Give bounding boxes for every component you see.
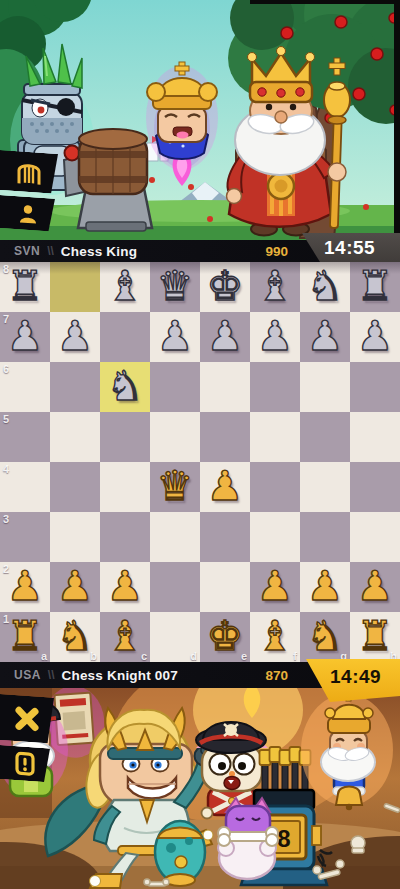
square-c1[interactable]: ♝c — [100, 612, 150, 662]
rank-label-4: 4 — [3, 463, 9, 475]
white-rook-a1[interactable]: ♜ — [0, 612, 50, 662]
square-c5[interactable] — [100, 412, 150, 462]
player-scene: 8 — [0, 688, 400, 889]
player-name: Chess Knight 007 — [62, 668, 178, 683]
black-bishop-f8[interactable]: ♝ — [250, 262, 300, 312]
black-pawn-h7[interactable]: ♟ — [350, 312, 400, 362]
square-e2[interactable] — [200, 562, 250, 612]
separator: \\ — [47, 244, 54, 258]
square-f6[interactable] — [250, 362, 300, 412]
white-pawn-a2[interactable]: ♟ — [0, 562, 50, 612]
rank-label-3: 3 — [3, 513, 9, 525]
chess-app: SVN \\ Chess King 990 14:55 ♜8♝♛♚♝♞♜♟7♟♟… — [0, 0, 400, 889]
square-d5[interactable] — [150, 412, 200, 462]
square-d2[interactable] — [150, 562, 200, 612]
black-pawn-b7[interactable]: ♟ — [50, 312, 100, 362]
opponent-scene-art — [0, 0, 400, 240]
castle-menu-button[interactable] — [0, 150, 58, 194]
square-g2[interactable]: ♟ — [300, 562, 350, 612]
square-h1[interactable]: ♜h — [350, 612, 400, 662]
square-d6[interactable] — [150, 362, 200, 412]
square-g7[interactable]: ♟ — [300, 312, 350, 362]
square-a1[interactable]: ♜1a — [0, 612, 50, 662]
square-e4[interactable]: ♟ — [200, 462, 250, 512]
square-g8[interactable]: ♞ — [300, 262, 350, 312]
square-b2[interactable]: ♟ — [50, 562, 100, 612]
square-d3[interactable] — [150, 512, 200, 562]
square-d4[interactable]: ♛ — [150, 462, 200, 512]
square-f4[interactable] — [250, 462, 300, 512]
white-pawn-c2[interactable]: ♟ — [100, 562, 150, 612]
white-pawn-e4[interactable]: ♟ — [200, 462, 250, 512]
square-f3[interactable] — [250, 512, 300, 562]
square-b5[interactable] — [50, 412, 100, 462]
black-king-e8[interactable]: ♚ — [200, 262, 250, 312]
square-c7[interactable] — [100, 312, 150, 362]
white-rook-h1[interactable]: ♜ — [350, 612, 400, 662]
player-flag: USA — [14, 668, 41, 682]
white-bishop-f1[interactable]: ♝ — [250, 612, 300, 662]
gate-icon — [17, 158, 41, 186]
square-e8[interactable]: ♚ — [200, 262, 250, 312]
square-c4[interactable] — [100, 462, 150, 512]
square-c3[interactable] — [100, 512, 150, 562]
player-rating: 870 — [265, 668, 288, 683]
black-pawn-d7[interactable]: ♟ — [150, 312, 200, 362]
square-g6[interactable] — [300, 362, 350, 412]
white-pawn-b2[interactable]: ♟ — [50, 562, 100, 612]
square-c8[interactable]: ♝ — [100, 262, 150, 312]
report-button[interactable] — [0, 745, 50, 782]
profile-icon — [18, 203, 38, 224]
white-knight-g1[interactable]: ♞ — [300, 612, 350, 662]
rank-label-6: 6 — [3, 363, 9, 375]
square-b6[interactable] — [50, 362, 100, 412]
square-a5[interactable]: 5 — [0, 412, 50, 462]
rank-label-5: 5 — [3, 413, 9, 425]
square-f2[interactable]: ♟ — [250, 562, 300, 612]
square-e7[interactable]: ♟ — [200, 312, 250, 362]
square-f5[interactable] — [250, 412, 300, 462]
square-d8[interactable]: ♛ — [150, 262, 200, 312]
square-h4[interactable] — [350, 462, 400, 512]
square-c6[interactable]: ♞ — [100, 362, 150, 412]
square-f1[interactable]: ♝f — [250, 612, 300, 662]
square-h7[interactable]: ♟ — [350, 312, 400, 362]
square-g1[interactable]: ♞g — [300, 612, 350, 662]
square-e6[interactable] — [200, 362, 250, 412]
black-knight-g8[interactable]: ♞ — [300, 262, 350, 312]
close-button[interactable] — [0, 694, 54, 744]
black-rook-h8[interactable]: ♜ — [350, 262, 400, 312]
square-a8[interactable]: ♜8 — [0, 262, 50, 312]
square-a4[interactable]: 4 — [0, 462, 50, 512]
chess-board: ♜8♝♛♚♝♞♜♟7♟♟♟♟♟♟6♞54♛♟3♟2♟♟♟♟♟♜1a♞b♝cd♚e… — [0, 262, 400, 662]
profile-button[interactable] — [0, 195, 55, 232]
square-b1[interactable]: ♞b — [50, 612, 100, 662]
player-scene-art: 8 — [0, 688, 400, 889]
square-a3[interactable]: 3 — [0, 512, 50, 562]
white-pawn-g2[interactable]: ♟ — [300, 562, 350, 612]
square-e3[interactable] — [200, 512, 250, 562]
black-pawn-e7[interactable]: ♟ — [200, 312, 250, 362]
square-h8[interactable]: ♜ — [350, 262, 400, 312]
square-h3[interactable] — [350, 512, 400, 562]
right-letterbox — [394, 0, 400, 240]
black-knight-c6[interactable]: ♞ — [100, 362, 150, 412]
black-rook-a8[interactable]: ♜ — [0, 262, 50, 312]
square-b4[interactable] — [50, 462, 100, 512]
square-e1[interactable]: ♚e — [200, 612, 250, 662]
square-g3[interactable] — [300, 512, 350, 562]
square-a6[interactable]: 6 — [0, 362, 50, 412]
square-g4[interactable] — [300, 462, 350, 512]
opponent-scene — [0, 0, 400, 240]
opponent-rating: 990 — [265, 244, 288, 259]
black-pawn-g7[interactable]: ♟ — [300, 312, 350, 362]
file-label-d: d — [190, 650, 197, 662]
black-pawn-f7[interactable]: ♟ — [250, 312, 300, 362]
square-a2[interactable]: ♟2 — [0, 562, 50, 612]
square-f7[interactable]: ♟ — [250, 312, 300, 362]
square-g5[interactable] — [300, 412, 350, 462]
square-f8[interactable]: ♝ — [250, 262, 300, 312]
opponent-name: Chess King — [61, 244, 137, 259]
separator: \\ — [48, 668, 55, 682]
close-icon — [14, 705, 40, 733]
white-pawn-f2[interactable]: ♟ — [250, 562, 300, 612]
opponent-flag: SVN — [14, 244, 40, 258]
top-letterbox — [250, 0, 400, 4]
black-queen-d8[interactable]: ♛ — [150, 262, 200, 312]
square-b7[interactable]: ♟ — [50, 312, 100, 362]
rocket-count: 8 — [277, 825, 290, 852]
white-bishop-c1[interactable]: ♝ — [100, 612, 150, 662]
pink-dog — [218, 798, 278, 879]
square-a7[interactable]: ♟7 — [0, 312, 50, 362]
square-e5[interactable] — [200, 412, 250, 462]
square-h6[interactable] — [350, 362, 400, 412]
square-h5[interactable] — [350, 412, 400, 462]
square-b3[interactable] — [50, 512, 100, 562]
report-icon — [15, 751, 35, 776]
white-knight-b1[interactable]: ♞ — [50, 612, 100, 662]
square-h2[interactable]: ♟ — [350, 562, 400, 612]
black-pawn-a7[interactable]: ♟ — [0, 312, 50, 362]
square-d1[interactable]: d — [150, 612, 200, 662]
white-king-e1[interactable]: ♚ — [200, 612, 250, 662]
square-b8[interactable] — [50, 262, 100, 312]
black-bishop-c8[interactable]: ♝ — [100, 262, 150, 312]
white-queen-d4[interactable]: ♛ — [150, 462, 200, 512]
white-pawn-h2[interactable]: ♟ — [350, 562, 400, 612]
square-c2[interactable]: ♟ — [100, 562, 150, 612]
square-d7[interactable]: ♟ — [150, 312, 200, 362]
